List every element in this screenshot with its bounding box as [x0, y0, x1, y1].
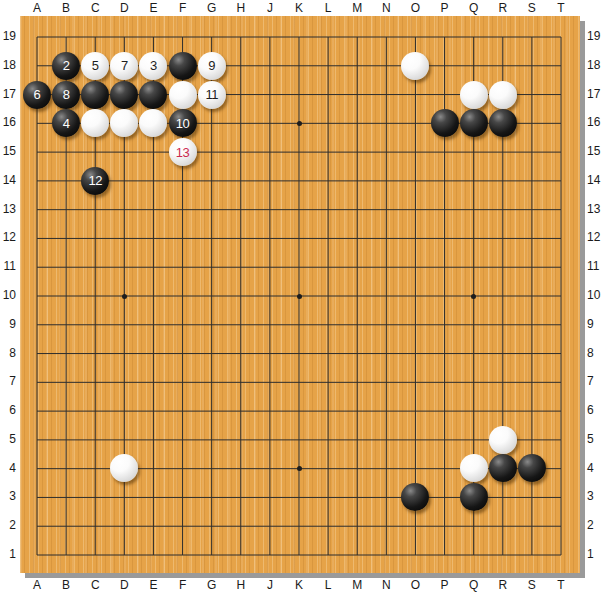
move-number: 9 — [208, 59, 215, 72]
col-label-top-Q: Q — [462, 1, 486, 15]
col-label-bottom-R: R — [491, 578, 515, 592]
stone-black-Q16 — [460, 109, 488, 137]
col-label-bottom-S: S — [520, 578, 544, 592]
row-label-right-17: 17 — [587, 87, 602, 101]
row-label-left-5: 5 — [0, 432, 16, 446]
stone-white-F17 — [169, 81, 197, 109]
go-board-diagram: AABBCCDDEEFFGGHHJJKKLLMMNNOOPPQQRRSSTT19… — [0, 0, 602, 596]
col-label-top-G: G — [200, 1, 224, 15]
row-label-right-16: 16 — [587, 115, 602, 129]
col-label-top-D: D — [112, 1, 136, 15]
row-label-left-18: 18 — [0, 58, 16, 72]
row-label-left-9: 9 — [0, 317, 16, 331]
move-number: 5 — [92, 59, 99, 72]
stone-black-R16 — [489, 109, 517, 137]
col-label-top-R: R — [491, 1, 515, 15]
row-label-right-19: 19 — [587, 29, 602, 43]
row-label-left-13: 13 — [0, 202, 16, 216]
col-label-bottom-Q: Q — [462, 578, 486, 592]
stone-white-R17 — [489, 81, 517, 109]
stone-black-C17 — [81, 81, 109, 109]
stone-black-D17 — [110, 81, 138, 109]
stone-white-G18: 9 — [198, 52, 226, 80]
col-label-top-L: L — [316, 1, 340, 15]
row-label-left-15: 15 — [0, 144, 16, 158]
col-label-bottom-P: P — [433, 578, 457, 592]
row-label-right-18: 18 — [587, 58, 602, 72]
stone-black-P16 — [431, 109, 459, 137]
move-number: 8 — [63, 88, 70, 101]
stone-black-B16: 4 — [52, 109, 80, 137]
col-label-top-K: K — [287, 1, 311, 15]
row-label-left-12: 12 — [0, 230, 16, 244]
stone-white-E18: 3 — [139, 52, 167, 80]
col-label-bottom-M: M — [345, 578, 369, 592]
move-number: 6 — [34, 88, 41, 101]
stone-black-E17 — [139, 81, 167, 109]
stone-white-O18 — [401, 52, 429, 80]
stone-white-C18: 5 — [81, 52, 109, 80]
col-label-top-B: B — [54, 1, 78, 15]
col-label-top-M: M — [345, 1, 369, 15]
row-label-right-7: 7 — [587, 374, 602, 388]
col-label-top-T: T — [549, 1, 573, 15]
row-label-left-17: 17 — [0, 87, 16, 101]
col-label-bottom-A: A — [25, 578, 49, 592]
row-label-left-8: 8 — [0, 346, 16, 360]
row-label-right-4: 4 — [587, 461, 602, 475]
row-label-right-13: 13 — [587, 202, 602, 216]
stone-white-C16 — [81, 109, 109, 137]
stone-white-D18: 7 — [110, 52, 138, 80]
row-label-right-6: 6 — [587, 403, 602, 417]
move-number: 7 — [121, 59, 128, 72]
col-label-top-F: F — [171, 1, 195, 15]
move-number: 12 — [88, 174, 101, 187]
move-number: 11 — [205, 88, 218, 101]
col-label-top-P: P — [433, 1, 457, 15]
col-label-bottom-B: B — [54, 578, 78, 592]
col-label-top-S: S — [520, 1, 544, 15]
col-label-top-E: E — [141, 1, 165, 15]
last-move-number: 13 — [176, 146, 189, 159]
row-label-right-11: 11 — [587, 259, 602, 273]
move-number: 3 — [150, 59, 157, 72]
col-label-top-A: A — [25, 1, 49, 15]
stone-white-Q4 — [460, 454, 488, 482]
stones-layer: 2573968114101312 — [22, 23, 575, 570]
row-label-right-10: 10 — [587, 288, 602, 302]
row-label-right-3: 3 — [587, 489, 602, 503]
col-label-bottom-T: T — [549, 578, 573, 592]
row-label-right-14: 14 — [587, 173, 602, 187]
stone-white-E16 — [139, 109, 167, 137]
stone-black-S4 — [518, 454, 546, 482]
move-number: 2 — [63, 59, 70, 72]
row-label-right-8: 8 — [587, 346, 602, 360]
move-number: 10 — [176, 117, 189, 130]
move-number: 4 — [63, 117, 70, 130]
row-label-left-2: 2 — [0, 518, 16, 532]
stone-white-G17: 11 — [198, 81, 226, 109]
col-label-bottom-N: N — [374, 578, 398, 592]
col-label-top-N: N — [374, 1, 398, 15]
col-label-bottom-E: E — [141, 578, 165, 592]
stone-black-R4 — [489, 454, 517, 482]
stone-black-O3 — [401, 483, 429, 511]
col-label-bottom-C: C — [83, 578, 107, 592]
stone-white-F15: 13 — [169, 138, 197, 166]
col-label-top-H: H — [229, 1, 253, 15]
col-label-bottom-D: D — [112, 578, 136, 592]
stone-white-Q17 — [460, 81, 488, 109]
col-label-bottom-K: K — [287, 578, 311, 592]
row-label-right-5: 5 — [587, 432, 602, 446]
row-label-left-4: 4 — [0, 461, 16, 475]
row-label-right-15: 15 — [587, 144, 602, 158]
row-label-left-11: 11 — [0, 259, 16, 273]
col-label-bottom-J: J — [258, 578, 282, 592]
col-label-bottom-O: O — [403, 578, 427, 592]
col-label-bottom-G: G — [200, 578, 224, 592]
row-label-left-3: 3 — [0, 489, 16, 503]
col-label-top-J: J — [258, 1, 282, 15]
col-label-bottom-F: F — [171, 578, 195, 592]
stone-black-F16: 10 — [169, 109, 197, 137]
row-label-left-10: 10 — [0, 288, 16, 302]
row-label-left-14: 14 — [0, 173, 16, 187]
row-label-left-16: 16 — [0, 115, 16, 129]
stone-black-Q3 — [460, 483, 488, 511]
stone-black-B17: 8 — [52, 81, 80, 109]
stone-black-F18 — [169, 52, 197, 80]
row-label-right-12: 12 — [587, 230, 602, 244]
col-label-top-C: C — [83, 1, 107, 15]
col-label-bottom-L: L — [316, 578, 340, 592]
stone-white-D4 — [110, 454, 138, 482]
row-label-right-1: 1 — [587, 547, 602, 561]
row-label-right-9: 9 — [587, 317, 602, 331]
stone-black-A17: 6 — [23, 81, 51, 109]
stone-black-B18: 2 — [52, 52, 80, 80]
stone-white-D16 — [110, 109, 138, 137]
col-label-top-O: O — [403, 1, 427, 15]
row-label-left-7: 7 — [0, 374, 16, 388]
stone-white-R5 — [489, 426, 517, 454]
go-board[interactable]: 2573968114101312 — [20, 16, 580, 573]
stone-black-C14: 12 — [81, 167, 109, 195]
row-label-left-1: 1 — [0, 547, 16, 561]
col-label-bottom-H: H — [229, 578, 253, 592]
row-label-right-2: 2 — [587, 518, 602, 532]
row-label-left-6: 6 — [0, 403, 16, 417]
row-label-left-19: 19 — [0, 29, 16, 43]
